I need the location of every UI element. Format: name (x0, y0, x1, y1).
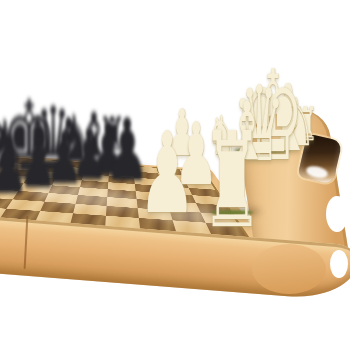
chess-piece-white-rook: ♜ (198, 114, 267, 246)
chess-piece-black-bishop: ♝ (75, 105, 112, 167)
chess-piece-white-pawn: ♟ (171, 111, 221, 197)
chess-piece-white-queen: ♛ (230, 72, 288, 176)
chess-piece-black-pawn: ♟ (0, 127, 31, 205)
chess-piece-black-knight: ♞ (54, 107, 96, 173)
chess-piece-white-king: ♚ (238, 54, 307, 178)
chess-piece-black-pawn: ♟ (68, 120, 110, 190)
pieces-layer: ♜♞♝♜♚♟♞♛♝♝♞♞♛♚♟♟♟♟♟♟♟♟♜ (0, 0, 350, 350)
chess-piece-white-rook: ♜ (290, 101, 319, 147)
chess-piece-black-knight: ♞ (0, 111, 29, 181)
chess-piece-white-bishop: ♝ (263, 73, 314, 165)
chess-piece-black-queen: ♛ (26, 94, 81, 192)
chess-piece-white-pawn: ♟ (135, 117, 200, 229)
chess-piece-black-king: ♚ (0, 87, 59, 195)
chess-piece-black-pawn: ♟ (42, 122, 85, 194)
chess-piece-white-knight: ♞ (206, 109, 238, 163)
chess-piece-white-knight: ♞ (277, 90, 318, 156)
chess-set-photo: ♜♞♝♜♚♟♞♛♝♝♞♞♛♚♟♟♟♟♟♟♟♟♜ (0, 0, 350, 350)
chess-piece-black-rook: ♜ (96, 111, 127, 157)
chess-piece-white-pawn: ♟ (163, 101, 201, 165)
chess-piece-black-pawn: ♟ (86, 114, 129, 186)
chess-piece-black-pawn: ♟ (16, 126, 59, 198)
chess-piece-white-bishop: ♝ (224, 92, 270, 172)
chess-piece-black-pawn: ♟ (102, 107, 152, 193)
